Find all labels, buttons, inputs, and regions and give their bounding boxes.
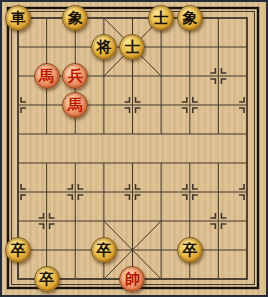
piece-black-soldier[interactable]: 卒: [91, 237, 117, 263]
piece-black-elephant[interactable]: 象: [177, 5, 203, 31]
piece-red-soldier[interactable]: 兵: [62, 63, 88, 89]
piece-black-general[interactable]: 将: [91, 34, 117, 60]
piece-red-general[interactable]: 帥: [119, 266, 145, 292]
piece-black-soldier[interactable]: 卒: [5, 237, 31, 263]
piece-red-horse[interactable]: 馬: [34, 63, 60, 89]
piece-grid: 車象士象将士馬兵馬卒卒卒卒帥: [4, 4, 262, 294]
piece-red-horse[interactable]: 馬: [62, 92, 88, 118]
piece-black-soldier[interactable]: 卒: [34, 266, 60, 292]
piece-black-soldier[interactable]: 卒: [177, 237, 203, 263]
piece-black-chariot[interactable]: 車: [5, 5, 31, 31]
piece-black-advisor[interactable]: 士: [119, 34, 145, 60]
piece-black-elephant[interactable]: 象: [62, 5, 88, 31]
xiangqi-board: 車象士象将士馬兵馬卒卒卒卒帥: [0, 0, 268, 297]
piece-black-advisor[interactable]: 士: [148, 5, 174, 31]
